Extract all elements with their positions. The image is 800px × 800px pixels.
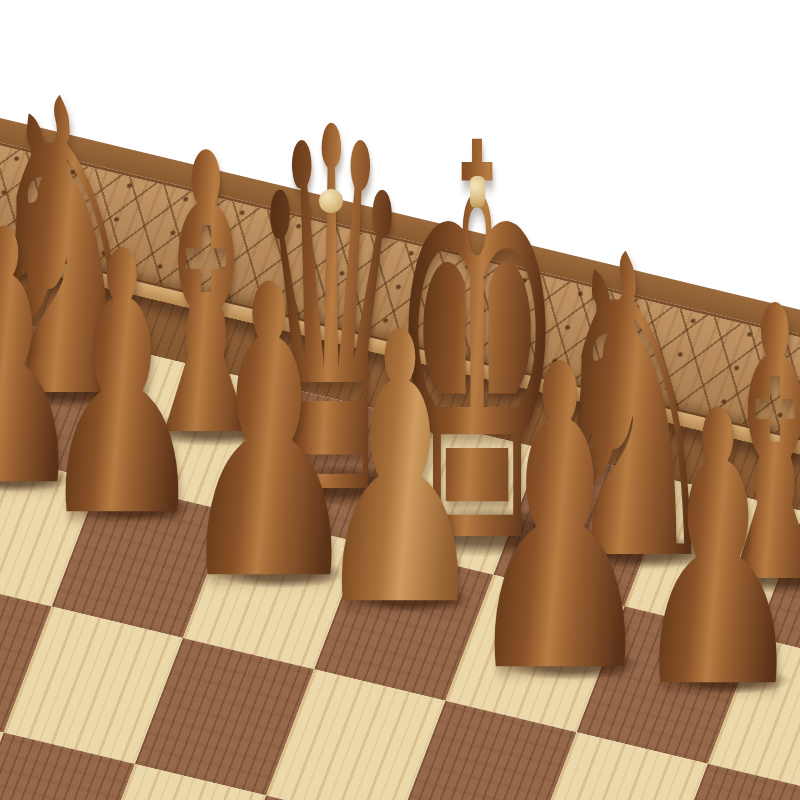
chess-piece-pawn: ♟ <box>313 285 487 658</box>
chess-set-photo: ♞♝♟♛♟♚♞♟♝♟♟♟ <box>0 0 800 800</box>
pale-finial-stem <box>470 176 485 208</box>
chess-piece-pawn: ♟ <box>462 312 657 731</box>
pale-finial-ball <box>319 189 343 213</box>
chess-piece-pawn: ♟ <box>630 364 800 741</box>
pieces-layer: ♞♝♟♛♟♚♞♟♝♟♟♟ <box>0 0 800 800</box>
